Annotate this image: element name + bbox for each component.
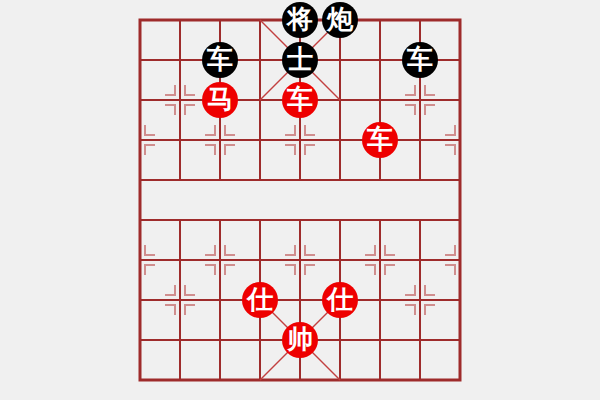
black-advisor[interactable]: 士 <box>282 42 318 78</box>
xiangqi-app: 将炮车士车马车车仕仕帅 <box>0 0 600 400</box>
black-general[interactable]: 将 <box>282 2 318 38</box>
black-cannon[interactable]: 炮 <box>322 2 358 38</box>
red-advisor-left[interactable]: 仕 <box>242 282 278 318</box>
red-horse[interactable]: 马 <box>202 82 238 118</box>
pieces-layer: 将炮车士车马车车仕仕帅 <box>0 0 600 400</box>
black-chariot-right[interactable]: 车 <box>402 42 438 78</box>
red-chariot-center[interactable]: 车 <box>282 82 318 118</box>
red-chariot-right[interactable]: 车 <box>362 122 398 158</box>
red-advisor-right[interactable]: 仕 <box>322 282 358 318</box>
red-general[interactable]: 帅 <box>282 322 318 358</box>
black-chariot-left[interactable]: 车 <box>202 42 238 78</box>
